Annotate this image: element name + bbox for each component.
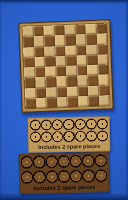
photo-edge-left [0,0,2,200]
board-square-dark [87,55,98,66]
checker-piece-dark [70,155,83,168]
checker-piece-dark [33,156,46,169]
piece-grid-dark [19,152,110,185]
board-square-dark [46,97,57,108]
checker-piece-light [97,118,108,129]
photo-background: Includes 2 spare pieces Includes 2 spare… [0,0,128,200]
board-square-dark [66,55,77,66]
sprue-label-light: Includes 2 spare pieces [31,142,107,152]
board-square-light [45,66,56,77]
board-square-light [55,56,66,67]
board-square-dark [44,36,55,47]
photo-edge-bottom [0,193,128,200]
board-square-dark [24,57,35,68]
board-square-dark [35,67,46,78]
checker-piece-light [74,118,85,129]
checker-piece-light [52,119,63,130]
board-square-dark [24,77,35,88]
board-square-light [54,35,65,46]
board-square-dark [76,45,87,56]
board-square-dark [25,98,36,109]
board-square-dark [76,65,87,76]
checker-piece-dark [46,170,59,183]
checker-piece-light [75,131,86,142]
board-square-light [35,77,46,88]
checker-piece-light [52,131,63,142]
board-square-light [46,87,57,98]
board-square-light [67,86,78,97]
board-square-dark [55,46,66,57]
board-square-dark [23,36,34,47]
board-square-light [99,95,110,106]
board-grid [22,23,109,108]
board-square-dark [98,85,109,96]
checker-piece-light [63,131,74,142]
board-square-light [75,34,86,45]
board-square-dark [66,76,77,87]
board-square-dark [97,44,108,55]
board-square-dark [67,96,78,107]
board-square-light [65,45,76,56]
checker-piece-dark [82,170,95,183]
board-square-light [66,66,77,77]
checker-piece-light [63,119,74,130]
piece-sprue-dark: Includes 2 spare pieces [19,152,110,194]
checker-piece-light [30,119,41,130]
piece-grid-light [28,116,110,143]
board-square-light [78,96,89,107]
board-square-dark [75,24,86,35]
board-square-light [87,65,98,76]
checker-piece-light [41,131,52,142]
board-square-light [96,34,107,45]
checker-piece-light [85,118,96,129]
board-square-light [36,98,47,109]
checker-piece-dark [94,154,107,167]
board-square-dark [96,23,107,34]
board-square-light [44,46,55,57]
board-square-light [43,25,54,36]
board-square-light [97,54,108,65]
board-square-light [34,57,45,68]
board-square-dark [65,35,76,46]
photo-edge-top [0,0,128,4]
checker-piece-light [86,131,97,142]
checker-piece-dark [45,156,58,169]
board-square-light [64,25,75,36]
board-square-light [76,55,87,66]
checker-piece-dark [21,171,34,184]
board-square-light [86,44,97,55]
board-square-light [22,26,33,37]
checker-piece-dark [58,170,71,183]
sprue-label-dark: Includes 2 spare pieces [23,183,106,193]
checker-piece-dark [33,171,46,184]
board-square-dark [56,86,67,97]
checker-piece-dark [57,155,70,168]
board-square-dark [45,77,56,88]
board-square-dark [88,96,99,107]
board-square-dark [77,86,88,97]
board-square-dark [86,34,97,45]
board-square-dark [87,75,98,86]
photo-edge-right [125,0,128,200]
board-square-dark [34,46,45,57]
piece-sprue-light: Includes 2 spare pieces [28,116,111,152]
checker-piece-dark [70,170,83,183]
board-square-light [57,97,68,108]
board-square-light [24,67,35,78]
checker-piece-dark [82,155,95,168]
board-square-light [77,75,88,86]
checker-piece-light [41,119,52,130]
board-square-dark [45,56,56,67]
board-square-light [88,85,99,96]
checker-piece-light [30,132,41,143]
board-square-light [98,75,109,86]
board-square-light [56,76,67,87]
board-square-dark [33,26,44,37]
board-square-light [23,47,34,58]
board-square-light [25,88,36,99]
checkers-board [18,19,113,112]
board-square-dark [97,64,108,75]
checker-piece-dark [21,156,34,169]
board-square-dark [35,87,46,98]
checker-piece-dark [95,169,108,182]
checker-piece-light [97,130,108,141]
board-square-light [85,24,96,35]
board-square-light [33,36,44,47]
board-square-dark [54,25,65,36]
board-square-dark [56,66,67,77]
